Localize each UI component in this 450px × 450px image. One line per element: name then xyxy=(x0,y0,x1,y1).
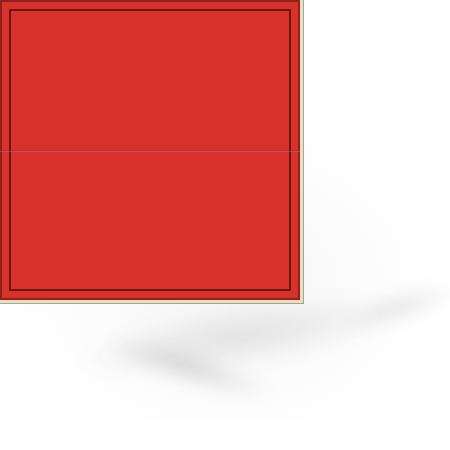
board-cast-shadow-near xyxy=(93,321,286,415)
product-photo xyxy=(0,0,450,450)
board-grid xyxy=(11,11,289,289)
chess-board xyxy=(0,0,300,300)
board-cast-shadow-right xyxy=(328,271,450,342)
